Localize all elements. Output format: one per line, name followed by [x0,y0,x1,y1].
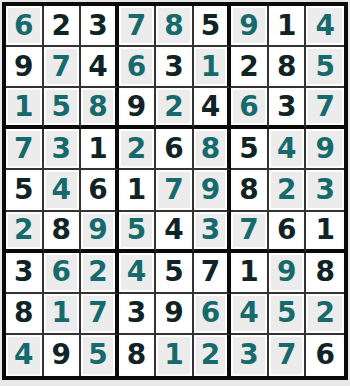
cell-r7c2[interactable]: 6 [44,253,82,294]
cell-r4c8[interactable]: 4 [269,129,307,170]
cell-r3c7[interactable]: 6 [231,88,269,129]
cell-r6c2[interactable]: 8 [44,212,82,253]
sudoku-board: 6237859149746312851589246377312685495461… [2,2,348,380]
cell-r9c8[interactable]: 7 [269,335,307,376]
cell-r9c5[interactable]: 1 [156,335,194,376]
cell-r1c8[interactable]: 1 [269,6,307,47]
cell-r6c4[interactable]: 5 [119,212,157,253]
cell-r9c6[interactable]: 2 [194,335,232,376]
cell-r4c3[interactable]: 1 [81,129,119,170]
cell-r6c3[interactable]: 9 [81,212,119,253]
cell-r2c3[interactable]: 4 [81,47,119,88]
cell-r1c3[interactable]: 3 [81,6,119,47]
cell-r5c1[interactable]: 5 [6,170,44,211]
cell-r5c4[interactable]: 1 [119,170,157,211]
cell-r7c7[interactable]: 1 [231,253,269,294]
cell-r7c1[interactable]: 3 [6,253,44,294]
cell-r7c8[interactable]: 9 [269,253,307,294]
cell-r5c6[interactable]: 9 [194,170,232,211]
cell-r6c8[interactable]: 6 [269,212,307,253]
cell-r5c2[interactable]: 4 [44,170,82,211]
cell-r9c9[interactable]: 6 [306,335,344,376]
cell-r5c3[interactable]: 6 [81,170,119,211]
cell-r8c8[interactable]: 5 [269,294,307,335]
cell-r2c6[interactable]: 1 [194,47,232,88]
cell-r8c9[interactable]: 2 [306,294,344,335]
cell-r6c6[interactable]: 3 [194,212,232,253]
cell-r3c6[interactable]: 4 [194,88,232,129]
cell-r5c7[interactable]: 8 [231,170,269,211]
cell-r2c1[interactable]: 9 [6,47,44,88]
cell-r3c8[interactable]: 3 [269,88,307,129]
cell-r8c5[interactable]: 9 [156,294,194,335]
cell-r7c3[interactable]: 2 [81,253,119,294]
cell-r6c1[interactable]: 2 [6,212,44,253]
cell-r9c1[interactable]: 4 [6,335,44,376]
cell-r1c5[interactable]: 8 [156,6,194,47]
cell-r2c9[interactable]: 5 [306,47,344,88]
cell-r8c6[interactable]: 6 [194,294,232,335]
cell-r3c3[interactable]: 8 [81,88,119,129]
cell-r7c5[interactable]: 5 [156,253,194,294]
cell-r2c8[interactable]: 8 [269,47,307,88]
cell-r2c4[interactable]: 6 [119,47,157,88]
cell-r6c5[interactable]: 4 [156,212,194,253]
cell-r4c1[interactable]: 7 [6,129,44,170]
cell-r7c4[interactable]: 4 [119,253,157,294]
cell-r4c9[interactable]: 9 [306,129,344,170]
cell-r7c6[interactable]: 7 [194,253,232,294]
cell-r9c2[interactable]: 9 [44,335,82,376]
cell-r4c7[interactable]: 5 [231,129,269,170]
cell-r5c5[interactable]: 7 [156,170,194,211]
cell-r1c6[interactable]: 5 [194,6,232,47]
cell-r1c1[interactable]: 6 [6,6,44,47]
cell-r2c2[interactable]: 7 [44,47,82,88]
cell-r4c4[interactable]: 2 [119,129,157,170]
cell-r5c8[interactable]: 2 [269,170,307,211]
cell-r3c5[interactable]: 2 [156,88,194,129]
cell-r8c3[interactable]: 7 [81,294,119,335]
cell-r9c7[interactable]: 3 [231,335,269,376]
cell-r1c4[interactable]: 7 [119,6,157,47]
cell-r8c7[interactable]: 4 [231,294,269,335]
cell-r3c1[interactable]: 1 [6,88,44,129]
cell-r4c2[interactable]: 3 [44,129,82,170]
cell-r8c2[interactable]: 1 [44,294,82,335]
cell-r6c7[interactable]: 7 [231,212,269,253]
cell-r2c7[interactable]: 2 [231,47,269,88]
cell-r8c4[interactable]: 3 [119,294,157,335]
cell-r2c5[interactable]: 3 [156,47,194,88]
cell-r9c3[interactable]: 5 [81,335,119,376]
cell-r1c7[interactable]: 9 [231,6,269,47]
cell-r3c2[interactable]: 5 [44,88,82,129]
cell-r6c9[interactable]: 1 [306,212,344,253]
cell-r9c4[interactable]: 8 [119,335,157,376]
cell-r4c5[interactable]: 6 [156,129,194,170]
cell-r8c1[interactable]: 8 [6,294,44,335]
cell-r1c2[interactable]: 2 [44,6,82,47]
cell-r5c9[interactable]: 3 [306,170,344,211]
cell-r1c9[interactable]: 4 [306,6,344,47]
cell-r7c9[interactable]: 8 [306,253,344,294]
cell-r3c4[interactable]: 9 [119,88,157,129]
cell-r3c9[interactable]: 7 [306,88,344,129]
cell-r4c6[interactable]: 8 [194,129,232,170]
